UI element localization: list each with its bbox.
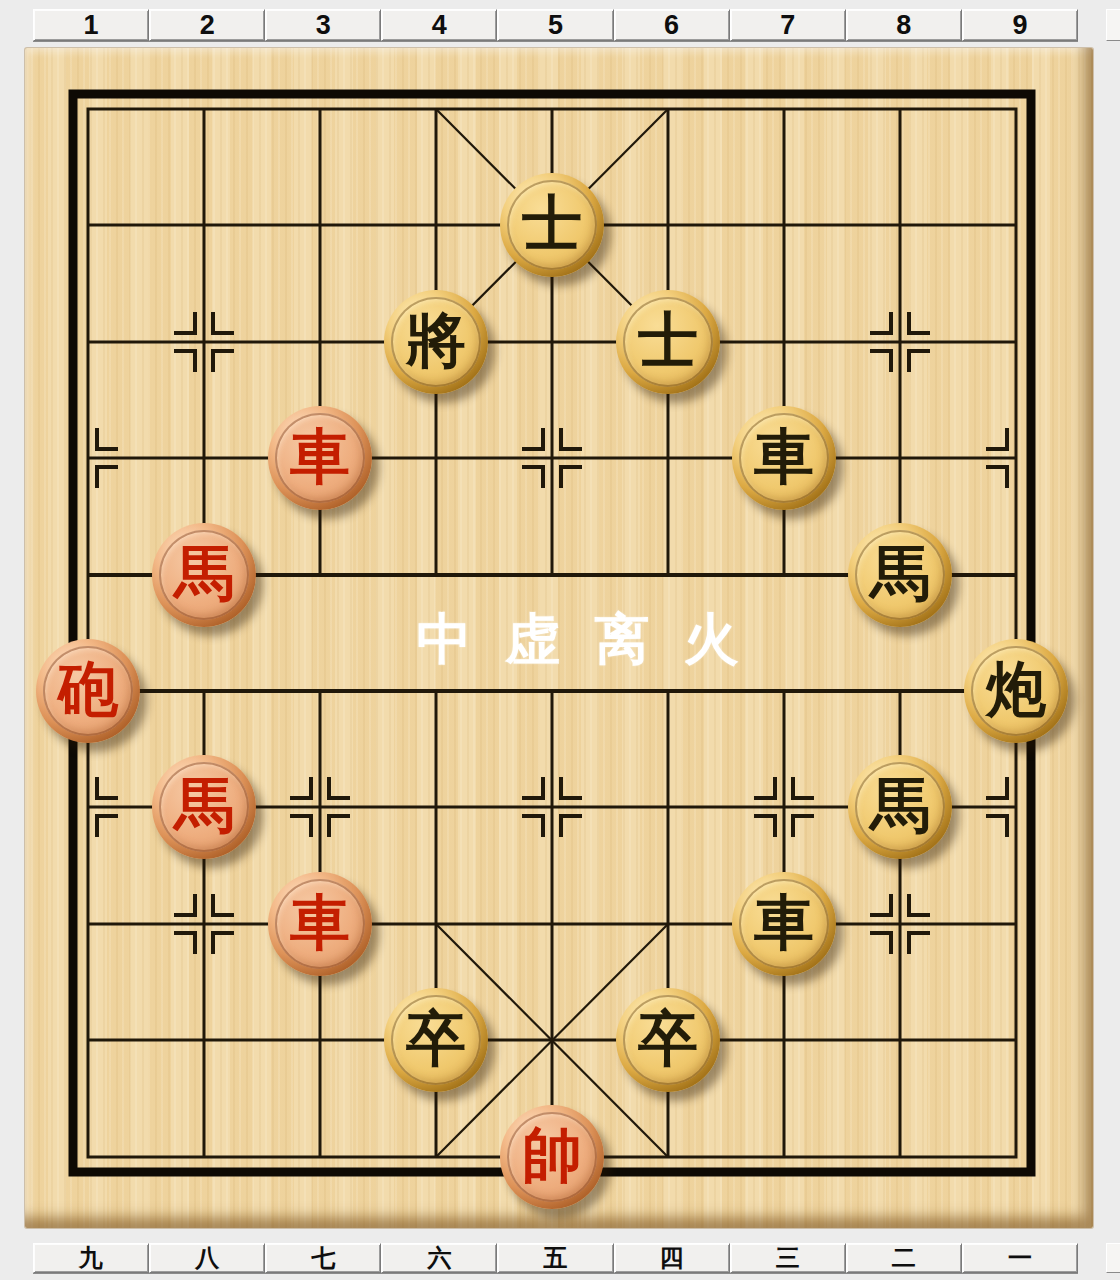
red-general-piece[interactable]: 帥 xyxy=(500,1105,604,1209)
xiangqi-app: 123456789 中虚离火 九八七六五四三二一 士將士車車馬馬砲炮馬馬車車卒卒… xyxy=(0,0,1120,1280)
black-chariot-glyph: 車 xyxy=(754,892,814,952)
river-annotation: 中虚离火 xyxy=(310,604,845,676)
red-general-glyph: 帥 xyxy=(522,1125,582,1185)
red-cannon-piece[interactable]: 砲 xyxy=(36,639,140,743)
black-chariot-piece[interactable]: 車 xyxy=(732,872,836,976)
black-advisor-glyph: 士 xyxy=(522,193,582,253)
file-button-bottom-5[interactable]: 五 xyxy=(497,1243,613,1273)
black-general-piece[interactable]: 將 xyxy=(384,290,488,394)
file-button-top-9[interactable]: 9 xyxy=(962,9,1078,41)
file-button-top-1[interactable]: 1 xyxy=(33,9,149,41)
black-chariot-piece[interactable]: 車 xyxy=(732,406,836,510)
file-button-top-7[interactable]: 7 xyxy=(730,9,846,41)
red-horse-glyph: 馬 xyxy=(174,775,234,835)
red-chariot-glyph: 車 xyxy=(290,892,350,952)
top-strip-partial-cell xyxy=(1106,9,1120,41)
black-advisor-glyph: 士 xyxy=(638,310,698,370)
black-advisor-piece[interactable]: 士 xyxy=(500,173,604,277)
piece-face: 士 xyxy=(507,180,597,270)
file-button-top-2[interactable]: 2 xyxy=(149,9,265,41)
red-horse-piece[interactable]: 馬 xyxy=(152,755,256,859)
piece-face: 馬 xyxy=(855,530,945,620)
black-cannon-piece[interactable]: 炮 xyxy=(964,639,1068,743)
file-button-bottom-6[interactable]: 四 xyxy=(614,1243,730,1273)
file-button-bottom-7[interactable]: 三 xyxy=(730,1243,846,1273)
bottom-strip-partial-cell xyxy=(1106,1243,1120,1273)
red-chariot-piece[interactable]: 車 xyxy=(268,406,372,510)
red-cannon-glyph: 砲 xyxy=(58,659,118,719)
piece-face: 馬 xyxy=(159,762,249,852)
file-button-bottom-4[interactable]: 六 xyxy=(381,1243,497,1273)
black-pawn-piece[interactable]: 卒 xyxy=(384,988,488,1092)
file-button-bottom-1[interactable]: 九 xyxy=(33,1243,149,1273)
piece-face: 士 xyxy=(623,297,713,387)
file-numbers-top: 123456789 xyxy=(33,9,1078,41)
piece-face: 卒 xyxy=(623,995,713,1085)
black-horse-glyph: 馬 xyxy=(870,775,930,835)
file-button-top-6[interactable]: 6 xyxy=(614,9,730,41)
piece-face: 炮 xyxy=(971,646,1061,736)
piece-face: 砲 xyxy=(43,646,133,736)
piece-face: 車 xyxy=(739,879,829,969)
black-general-glyph: 將 xyxy=(406,310,466,370)
piece-face: 帥 xyxy=(507,1112,597,1202)
black-advisor-piece[interactable]: 士 xyxy=(616,290,720,394)
black-horse-piece[interactable]: 馬 xyxy=(848,523,952,627)
black-horse-glyph: 馬 xyxy=(870,543,930,603)
piece-face: 車 xyxy=(739,413,829,503)
piece-face: 將 xyxy=(391,297,481,387)
red-chariot-glyph: 車 xyxy=(290,426,350,486)
piece-face: 馬 xyxy=(159,530,249,620)
file-button-bottom-3[interactable]: 七 xyxy=(265,1243,381,1273)
black-cannon-glyph: 炮 xyxy=(986,659,1046,719)
piece-face: 卒 xyxy=(391,995,481,1085)
red-chariot-piece[interactable]: 車 xyxy=(268,872,372,976)
red-horse-piece[interactable]: 馬 xyxy=(152,523,256,627)
file-numbers-bottom: 九八七六五四三二一 xyxy=(33,1243,1078,1273)
file-button-top-8[interactable]: 8 xyxy=(846,9,962,41)
file-button-bottom-2[interactable]: 八 xyxy=(149,1243,265,1273)
black-pawn-piece[interactable]: 卒 xyxy=(616,988,720,1092)
file-button-top-5[interactable]: 5 xyxy=(497,9,613,41)
file-button-bottom-8[interactable]: 二 xyxy=(846,1243,962,1273)
piece-face: 車 xyxy=(275,413,365,503)
file-button-bottom-9[interactable]: 一 xyxy=(962,1243,1078,1273)
black-horse-piece[interactable]: 馬 xyxy=(848,755,952,859)
piece-face: 馬 xyxy=(855,762,945,852)
file-button-top-3[interactable]: 3 xyxy=(265,9,381,41)
black-chariot-glyph: 車 xyxy=(754,426,814,486)
piece-face: 車 xyxy=(275,879,365,969)
black-pawn-glyph: 卒 xyxy=(406,1008,466,1068)
file-button-top-4[interactable]: 4 xyxy=(381,9,497,41)
black-pawn-glyph: 卒 xyxy=(638,1008,698,1068)
red-horse-glyph: 馬 xyxy=(174,543,234,603)
